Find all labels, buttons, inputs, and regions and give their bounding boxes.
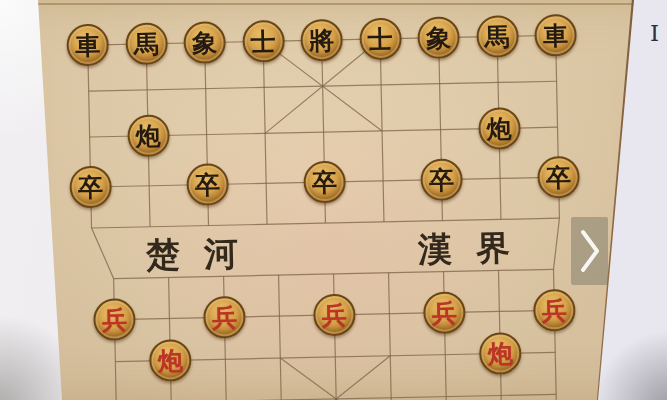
piece-black-cannon[interactable]: 炮 [478,107,521,150]
piece-black-horse[interactable]: 馬 [125,22,168,65]
piece-black-horse[interactable]: 馬 [476,15,519,58]
next-arrow-button[interactable] [571,217,608,285]
board-top-edge [38,3,634,5]
piece-black-cannon[interactable]: 炮 [127,114,170,157]
piece-black-advisor[interactable]: 士 [359,17,402,60]
screen-photo: 楚河 漢界 車馬象士將士象馬車炮炮卒卒卒卒卒兵兵兵兵兵炮炮 I [0,0,667,400]
river-label-chu-he: 楚河 [146,230,263,278]
chevron-right-icon [571,217,608,285]
piece-black-advisor[interactable]: 士 [242,20,285,63]
page-side-text: I [650,20,659,46]
board-tilt-layer: 楚河 漢界 車馬象士將士象馬車炮炮卒卒卒卒卒兵兵兵兵兵炮炮 [0,0,667,400]
river-label-han-jie: 漢界 [418,225,535,273]
xiangqi-board: 楚河 漢界 車馬象士將士象馬車炮炮卒卒卒卒卒兵兵兵兵兵炮炮 [0,0,667,400]
